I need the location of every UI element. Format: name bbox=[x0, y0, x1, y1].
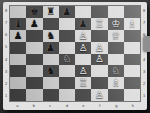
square-b4[interactable] bbox=[26, 54, 42, 66]
square-g2[interactable]: ♗ bbox=[108, 77, 124, 89]
square-g4[interactable] bbox=[108, 54, 124, 66]
square-e5[interactable]: ♙ bbox=[75, 42, 91, 54]
white-bishop[interactable]: ♗ bbox=[127, 18, 136, 28]
file-label-b: b bbox=[26, 102, 43, 110]
square-b5[interactable] bbox=[26, 42, 42, 54]
square-a8[interactable] bbox=[10, 6, 26, 18]
white-bishop[interactable]: ♗ bbox=[111, 78, 120, 88]
square-a4[interactable] bbox=[10, 54, 26, 66]
black-pawn[interactable]: ♟ bbox=[46, 42, 55, 52]
square-d5[interactable] bbox=[59, 42, 75, 54]
white-pawn[interactable]: ♙ bbox=[95, 54, 104, 64]
white-rook[interactable]: ♖ bbox=[95, 18, 104, 28]
square-d8[interactable]: ♟ bbox=[59, 6, 75, 18]
square-c3[interactable]: ♞ bbox=[43, 65, 59, 77]
file-label-h: h bbox=[125, 102, 142, 110]
square-a3[interactable] bbox=[10, 65, 26, 77]
square-b2[interactable] bbox=[26, 77, 42, 89]
file-label-c: c bbox=[42, 102, 59, 110]
square-c2[interactable] bbox=[43, 77, 59, 89]
black-king[interactable]: ♚ bbox=[30, 6, 39, 16]
rank-label-7: 7 bbox=[141, 17, 147, 29]
rank-label-1: 1 bbox=[141, 90, 147, 102]
square-h2[interactable] bbox=[124, 77, 140, 89]
square-g7[interactable]: ♔ bbox=[108, 18, 124, 30]
square-e3[interactable]: ♙ bbox=[75, 65, 91, 77]
square-a1[interactable] bbox=[10, 89, 26, 101]
white-pawn[interactable]: ♙ bbox=[79, 30, 88, 40]
square-f5[interactable]: ♙ bbox=[91, 42, 107, 54]
black-pawn[interactable]: ♟ bbox=[79, 18, 88, 28]
square-d4[interactable]: ♘ bbox=[59, 54, 75, 66]
white-pawn[interactable]: ♙ bbox=[95, 90, 104, 100]
square-c6[interactable]: ♞ bbox=[43, 30, 59, 42]
square-h8[interactable] bbox=[124, 6, 140, 18]
rank-label-4: 4 bbox=[141, 54, 147, 66]
file-label-a: a bbox=[9, 102, 26, 110]
white-pawn[interactable]: ♙ bbox=[95, 42, 104, 52]
square-f4[interactable]: ♙ bbox=[91, 54, 107, 66]
white-queen[interactable]: ♕ bbox=[111, 30, 120, 40]
black-pawn[interactable]: ♟ bbox=[30, 18, 39, 28]
square-f2[interactable] bbox=[91, 77, 107, 89]
square-h7[interactable]: ♗ bbox=[124, 18, 140, 30]
square-g1[interactable] bbox=[108, 89, 124, 101]
square-g6[interactable]: ♕ bbox=[108, 30, 124, 42]
square-a2[interactable] bbox=[10, 77, 26, 89]
square-b3[interactable] bbox=[26, 65, 42, 77]
white-rook[interactable]: ♖ bbox=[79, 78, 88, 88]
square-g5[interactable] bbox=[108, 42, 124, 54]
square-b7[interactable]: ♟ bbox=[26, 18, 42, 30]
black-rook[interactable]: ♜ bbox=[46, 6, 55, 16]
square-b6[interactable] bbox=[26, 30, 42, 42]
rank-label-8: 8 bbox=[141, 5, 147, 17]
black-pawn[interactable]: ♟ bbox=[62, 6, 71, 16]
square-c5[interactable]: ♟ bbox=[43, 42, 59, 54]
square-c4[interactable] bbox=[43, 54, 59, 66]
chess-board-mat: 87654321 ♚♜♟♝♟♟♖♔♗♟♞♙♕♟♙♙♘♙♞♙♘♖♗♙ 876543… bbox=[3, 2, 147, 110]
square-f7[interactable]: ♖ bbox=[91, 18, 107, 30]
chess-board: ♚♜♟♝♟♟♖♔♗♟♞♙♕♟♙♙♘♙♞♙♘♖♗♙ bbox=[9, 5, 141, 102]
square-b8[interactable]: ♚ bbox=[26, 6, 42, 18]
white-pawn[interactable]: ♙ bbox=[79, 42, 88, 52]
square-e6[interactable]: ♙ bbox=[75, 30, 91, 42]
file-label-d: d bbox=[59, 102, 76, 110]
square-d1[interactable] bbox=[59, 89, 75, 101]
square-d7[interactable] bbox=[59, 18, 75, 30]
square-g3[interactable]: ♘ bbox=[108, 65, 124, 77]
square-d3[interactable] bbox=[59, 65, 75, 77]
rank-labels-right: 87654321 bbox=[141, 5, 147, 102]
square-c1[interactable] bbox=[43, 89, 59, 101]
white-knight[interactable]: ♘ bbox=[111, 66, 120, 76]
file-label-f: f bbox=[92, 102, 109, 110]
file-label-g: g bbox=[108, 102, 125, 110]
square-f3[interactable] bbox=[91, 65, 107, 77]
square-e8[interactable] bbox=[75, 6, 91, 18]
square-e4[interactable] bbox=[75, 54, 91, 66]
square-c8[interactable]: ♜ bbox=[43, 6, 59, 18]
black-knight[interactable]: ♞ bbox=[46, 30, 55, 40]
square-d6[interactable] bbox=[59, 30, 75, 42]
white-knight[interactable]: ♘ bbox=[62, 54, 71, 64]
black-knight[interactable]: ♞ bbox=[46, 66, 55, 76]
white-king[interactable]: ♔ bbox=[111, 18, 120, 28]
square-f1[interactable]: ♙ bbox=[91, 89, 107, 101]
black-bishop[interactable]: ♝ bbox=[14, 18, 23, 28]
square-a7[interactable]: ♝ bbox=[10, 18, 26, 30]
square-a6[interactable]: ♟ bbox=[10, 30, 26, 42]
white-pawn[interactable]: ♙ bbox=[79, 66, 88, 76]
black-pawn[interactable]: ♟ bbox=[14, 30, 23, 40]
square-e2[interactable]: ♖ bbox=[75, 77, 91, 89]
square-g8[interactable] bbox=[108, 6, 124, 18]
rank-label-2: 2 bbox=[141, 78, 147, 90]
square-a5[interactable] bbox=[10, 42, 26, 54]
square-h3[interactable] bbox=[124, 65, 140, 77]
captured-piece-on-table bbox=[143, 36, 150, 52]
square-c7[interactable] bbox=[43, 18, 59, 30]
square-e7[interactable]: ♟ bbox=[75, 18, 91, 30]
square-h5[interactable] bbox=[124, 42, 140, 54]
square-h1[interactable] bbox=[124, 89, 140, 101]
square-h4[interactable] bbox=[124, 54, 140, 66]
file-label-e: e bbox=[75, 102, 92, 110]
square-h6[interactable] bbox=[124, 30, 140, 42]
file-labels-bottom: abcdefgh bbox=[3, 102, 147, 110]
square-b1[interactable] bbox=[26, 89, 42, 101]
square-d2[interactable] bbox=[59, 77, 75, 89]
table-background: 87654321 ♚♜♟♝♟♟♖♔♗♟♞♙♕♟♙♙♘♙♞♙♘♖♗♙ 876543… bbox=[0, 0, 150, 113]
square-e1[interactable] bbox=[75, 89, 91, 101]
square-f8[interactable] bbox=[91, 6, 107, 18]
square-f6[interactable] bbox=[91, 30, 107, 42]
rank-label-3: 3 bbox=[141, 66, 147, 78]
